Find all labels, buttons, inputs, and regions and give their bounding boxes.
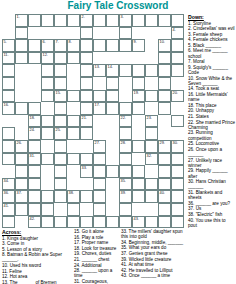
- blocked-cell: [2, 115, 15, 128]
- grid-cell[interactable]: 20.: [171, 90, 184, 103]
- grid-cell[interactable]: [54, 153, 67, 166]
- clue-item: 40. You use this to pout: [188, 218, 235, 228]
- grid-cell[interactable]: [132, 102, 145, 115]
- grid-cell[interactable]: [80, 216, 93, 229]
- cell-number: 15.: [56, 91, 61, 96]
- cell-number: 13.: [95, 65, 100, 70]
- grid-cell[interactable]: 35.: [119, 178, 132, 191]
- cell-number: 3.: [121, 15, 124, 20]
- cell-number: 35.: [121, 179, 126, 184]
- clue-item: 6. Meet me ______ school: [188, 48, 235, 58]
- grid-cell[interactable]: [41, 115, 54, 128]
- grid-cell[interactable]: [15, 27, 28, 40]
- grid-cell[interactable]: [41, 77, 54, 90]
- across-header: Across:: [2, 229, 72, 235]
- clue-item: 30. Hans Christian ______: [188, 179, 235, 189]
- grid-cell[interactable]: 24.: [28, 127, 41, 140]
- grid-cell[interactable]: 33.: [80, 165, 93, 178]
- grid-cell[interactable]: 26.: [15, 140, 28, 153]
- blocked-cell: [80, 178, 93, 191]
- grid-cell[interactable]: [106, 90, 119, 103]
- grid-cell[interactable]: 34.: [2, 178, 15, 191]
- clue-item: 34. Beginning, middle, ______: [121, 240, 185, 245]
- blocked-cell: [54, 27, 67, 40]
- grid-cell[interactable]: 6.: [41, 39, 54, 52]
- grid-cell[interactable]: [80, 90, 93, 103]
- blocked-cell: [2, 14, 15, 27]
- grid-cell[interactable]: [54, 102, 67, 115]
- grid-cell[interactable]: [119, 27, 132, 40]
- grid-cell[interactable]: [171, 64, 184, 77]
- cell-number: 26.: [17, 141, 22, 146]
- grid-cell[interactable]: [171, 216, 184, 229]
- grid-cell[interactable]: [67, 14, 80, 27]
- clue-item: 31. Courageous, fearless: [74, 279, 120, 284]
- blocked-cell: [28, 64, 41, 77]
- across-clues-column-1: Across: 1. Kings daughter3. Come in5. Le…: [2, 229, 72, 284]
- grid-cell[interactable]: [28, 14, 41, 27]
- grid-cell[interactable]: [41, 64, 54, 77]
- blocked-cell: [132, 27, 145, 40]
- blocked-cell: [145, 39, 158, 52]
- grid-cell[interactable]: 10.: [158, 39, 171, 52]
- blocked-cell: [119, 77, 132, 90]
- blocked-cell: [171, 102, 184, 115]
- blocked-cell: [119, 90, 132, 103]
- cell-number: 5.: [4, 40, 7, 45]
- grid-cell[interactable]: [171, 190, 184, 203]
- grid-cell[interactable]: [80, 127, 93, 140]
- grid-cell[interactable]: [171, 153, 184, 166]
- grid-cell[interactable]: 27.: [93, 140, 106, 153]
- blocked-cell: [2, 27, 15, 40]
- grid-cell[interactable]: [158, 165, 171, 178]
- grid-cell[interactable]: [80, 27, 93, 40]
- grid-cell[interactable]: 17.: [93, 102, 106, 115]
- cell-number: 22.: [121, 116, 126, 121]
- cell-number: 32.: [147, 154, 152, 159]
- grid-cell[interactable]: [67, 153, 80, 166]
- clue-item: 25. Locomotive: [188, 141, 235, 146]
- grid-cell[interactable]: 31.: [28, 153, 41, 166]
- blocked-cell: [28, 90, 41, 103]
- cell-number: 20.: [173, 91, 178, 96]
- grid-cell[interactable]: [80, 77, 93, 90]
- grid-cell[interactable]: 28.: [119, 140, 132, 153]
- grid-cell[interactable]: [28, 102, 41, 115]
- grid-cell[interactable]: [15, 39, 28, 52]
- grid-cell[interactable]: 32.: [145, 153, 158, 166]
- blocked-cell: [67, 77, 80, 90]
- clue-item: 18. This place: [188, 103, 235, 108]
- clue-item: 42. He travelled to Lilliput: [121, 268, 185, 273]
- clue-item: 18. Look for treasure: [74, 246, 120, 251]
- grid-cell[interactable]: [67, 203, 80, 216]
- grid-cell[interactable]: [93, 90, 106, 103]
- cell-number: 29.: [160, 141, 165, 146]
- blocked-cell: [106, 52, 119, 65]
- grid-cell[interactable]: [80, 190, 93, 203]
- blocked-cell: [132, 203, 145, 216]
- blocked-cell: [41, 27, 54, 40]
- blocked-cell: [106, 127, 119, 140]
- grid-cell[interactable]: [106, 216, 119, 229]
- blocked-cell: [171, 127, 184, 140]
- grid-cell[interactable]: [67, 216, 80, 229]
- grid-cell[interactable]: 9.: [132, 39, 145, 52]
- grid-cell[interactable]: 3.: [119, 14, 132, 27]
- blocked-cell: [93, 52, 106, 65]
- grid-cell[interactable]: 38.: [67, 190, 80, 203]
- grid-cell[interactable]: [67, 115, 80, 128]
- grid-cell[interactable]: [106, 165, 119, 178]
- cell-number: 38.: [69, 191, 74, 196]
- grid-cell[interactable]: [28, 39, 41, 52]
- clue-item: 41. At what time: [121, 262, 185, 267]
- grid-cell[interactable]: 12.: [41, 52, 54, 65]
- cell-number: 41.: [4, 204, 9, 209]
- grid-cell[interactable]: [119, 153, 132, 166]
- grid-cell[interactable]: [80, 39, 93, 52]
- grid-cell[interactable]: [171, 203, 184, 216]
- grid-cell[interactable]: [54, 77, 67, 90]
- grid-cell[interactable]: [158, 77, 171, 90]
- grid-cell[interactable]: [158, 102, 171, 115]
- clue-item: 13. The ______ of Bremen: [2, 280, 72, 284]
- grid-cell[interactable]: [67, 52, 80, 65]
- blocked-cell: [80, 203, 93, 216]
- grid-cell[interactable]: [2, 140, 15, 153]
- blocked-cell: [106, 27, 119, 40]
- grid-cell[interactable]: [28, 52, 41, 65]
- clue-item: 27. Unlikely race winner: [188, 158, 235, 168]
- blocked-cell: [28, 77, 41, 90]
- grid-cell[interactable]: [93, 165, 106, 178]
- clue-item: 11. Feline: [2, 269, 72, 274]
- clue-item: 43. Once ______ a time: [121, 273, 185, 278]
- clue-item: 17. Proper name: [74, 240, 120, 245]
- blocked-cell: [15, 90, 28, 103]
- grid-cell[interactable]: [54, 115, 67, 128]
- grid-cell[interactable]: [106, 14, 119, 27]
- grid-cell[interactable]: [54, 178, 67, 191]
- cell-number: 34.: [4, 179, 9, 184]
- across-clue-list-1: 1. Kings daughter3. Come in5. Lesson of …: [2, 236, 72, 284]
- across-clues-column-3: 33. The millers' daughter spun this into…: [121, 229, 185, 279]
- cell-number: 6.: [43, 40, 46, 45]
- grid-cell[interactable]: 37.: [15, 190, 28, 203]
- clue-item: 21. ______ chest: [74, 257, 120, 262]
- grid-cell[interactable]: [15, 153, 28, 166]
- grid-cell[interactable]: [41, 203, 54, 216]
- grid-cell[interactable]: [132, 77, 145, 90]
- grid-cell[interactable]: 42.: [28, 216, 41, 229]
- grid-cell[interactable]: [106, 39, 119, 52]
- cell-number: 7.: [56, 40, 59, 45]
- grid-cell[interactable]: [119, 39, 132, 52]
- grid-cell[interactable]: [28, 140, 41, 153]
- grid-cell[interactable]: [15, 52, 28, 65]
- grid-cell[interactable]: [80, 102, 93, 115]
- clue-item: 14. Took a seat: [188, 86, 235, 91]
- blocked-cell: [106, 153, 119, 166]
- blocked-cell: [2, 165, 15, 178]
- cell-number: 19.: [134, 91, 139, 96]
- grid-cell[interactable]: [171, 39, 184, 52]
- grid-cell[interactable]: [106, 77, 119, 90]
- grid-cell[interactable]: [28, 165, 41, 178]
- clue-item: 9. Squigly's ______ Code: [188, 65, 235, 75]
- grid-cell[interactable]: [41, 127, 54, 140]
- grid-cell[interactable]: [145, 190, 158, 203]
- grid-cell[interactable]: [158, 178, 171, 191]
- puzzle-title: Fairy Tale Crossword: [0, 0, 236, 11]
- grid-cell[interactable]: [54, 165, 67, 178]
- cell-number: 23.: [147, 116, 152, 121]
- grid-cell[interactable]: [41, 90, 54, 103]
- clue-item: 22. She married Prince Charming: [188, 120, 235, 130]
- clue-item: 20. Unhappy: [188, 108, 235, 113]
- grid-cell[interactable]: 30.: [171, 140, 184, 153]
- clue-item: 16. Little Mermaids' name: [188, 92, 235, 102]
- grid-cell[interactable]: [158, 90, 171, 103]
- blocked-cell: [132, 52, 145, 65]
- grid-cell[interactable]: [158, 64, 171, 77]
- grid-cell[interactable]: 8.: [67, 39, 80, 52]
- cell-number: 31.: [30, 154, 35, 159]
- blocked-cell: [106, 178, 119, 191]
- cell-number: 30.: [173, 141, 178, 146]
- grid-cell[interactable]: [145, 64, 158, 77]
- blocked-cell: [67, 165, 80, 178]
- clue-item: 37. Genies grant these: [121, 251, 185, 256]
- grid-cell[interactable]: [2, 90, 15, 103]
- blocked-cell: [80, 140, 93, 153]
- clue-item: 5. Lesson of a story: [2, 247, 72, 252]
- clue-item: 5. Black ______: [188, 43, 235, 48]
- grid-cell[interactable]: [41, 153, 54, 166]
- blocked-cell: [158, 27, 171, 40]
- grid-cell[interactable]: [119, 203, 132, 216]
- grid-cell[interactable]: [145, 178, 158, 191]
- down-clues-column: Down: 1. Storyline2. Cinderellas' was ev…: [188, 14, 235, 228]
- clue-item: 37. Us: [188, 206, 235, 211]
- blocked-cell: [106, 190, 119, 203]
- grid-cell[interactable]: [41, 190, 54, 203]
- grid-cell[interactable]: 18.: [28, 115, 41, 128]
- grid-cell[interactable]: [106, 102, 119, 115]
- grid-cell[interactable]: [132, 64, 145, 77]
- clue-item: 31. Blankets and sheets: [188, 190, 235, 200]
- blocked-cell: [41, 140, 54, 153]
- down-header: Down:: [188, 14, 235, 20]
- grid-cell[interactable]: [171, 115, 184, 128]
- grid-cell[interactable]: 2.: [80, 14, 93, 27]
- grid-cell[interactable]: 41.: [2, 203, 15, 216]
- grid-cell[interactable]: 25.: [54, 127, 67, 140]
- grid-cell[interactable]: [119, 64, 132, 77]
- blocked-cell: [145, 102, 158, 115]
- grid-cell[interactable]: 39.: [119, 190, 132, 203]
- grid-cell[interactable]: [132, 140, 145, 153]
- grid-cell[interactable]: [15, 102, 28, 115]
- grid-cell[interactable]: [132, 14, 145, 27]
- grid-cell[interactable]: [2, 153, 15, 166]
- blocked-cell: [15, 77, 28, 90]
- clue-item: 19. Chores, duties: [74, 251, 120, 256]
- blocked-cell: [145, 165, 158, 178]
- grid-cell[interactable]: 23.: [145, 115, 158, 128]
- grid-cell[interactable]: [93, 14, 106, 27]
- grid-cell[interactable]: [15, 203, 28, 216]
- cell-number: 36.: [4, 191, 9, 196]
- grid-cell[interactable]: [119, 216, 132, 229]
- grid-cell[interactable]: [2, 216, 15, 229]
- cell-number: 16.: [4, 103, 9, 108]
- blocked-cell: [145, 77, 158, 90]
- grid-cell[interactable]: [80, 52, 93, 65]
- cell-number: 9.: [134, 40, 137, 45]
- grid-cell[interactable]: [93, 203, 106, 216]
- blocked-cell: [171, 77, 184, 90]
- blocked-cell: [28, 27, 41, 40]
- blocked-cell: [93, 115, 106, 128]
- grid-cell[interactable]: [93, 39, 106, 52]
- clue-item: 15. Go it alone: [74, 229, 120, 234]
- blocked-cell: [15, 115, 28, 128]
- blocked-cell: [54, 203, 67, 216]
- grid-cell[interactable]: 11.: [2, 52, 15, 65]
- blocked-cell: [132, 127, 145, 140]
- blocked-cell: [67, 178, 80, 191]
- grid-cell[interactable]: [54, 14, 67, 27]
- clue-item: 33. The millers' daughter spun this into…: [121, 229, 185, 239]
- grid-cell[interactable]: 13.: [93, 64, 106, 77]
- grid-cell[interactable]: 22.: [119, 115, 132, 128]
- grid-cell[interactable]: [41, 216, 54, 229]
- grid-cell[interactable]: [2, 127, 15, 140]
- cell-number: 24.: [30, 128, 35, 133]
- cell-number: 2.: [82, 15, 85, 20]
- grid-cell[interactable]: [145, 90, 158, 103]
- clue-item: 12. Hot area: [2, 274, 72, 279]
- grid-cell[interactable]: [132, 178, 145, 191]
- crossword-grid: 1.2.3.4.5.6.7.8.9.10.11.12.13.14.15.19.2…: [2, 14, 184, 228]
- grid-cell[interactable]: 16.: [2, 102, 15, 115]
- blocked-cell: [158, 127, 171, 140]
- grid-cell[interactable]: 40.: [158, 190, 171, 203]
- grid-cell[interactable]: [41, 14, 54, 27]
- grid-cell[interactable]: 15.: [54, 90, 67, 103]
- grid-cell[interactable]: [54, 216, 67, 229]
- grid-cell[interactable]: [67, 90, 80, 103]
- blocked-cell: [15, 216, 28, 229]
- grid-cell[interactable]: [28, 190, 41, 203]
- grid-cell[interactable]: [119, 127, 132, 140]
- grid-cell[interactable]: 29.: [158, 140, 171, 153]
- grid-cell[interactable]: [145, 216, 158, 229]
- grid-cell[interactable]: [132, 190, 145, 203]
- grid-cell[interactable]: 43.: [132, 216, 145, 229]
- grid-cell[interactable]: [28, 203, 41, 216]
- grid-cell[interactable]: [93, 216, 106, 229]
- grid-cell[interactable]: [145, 140, 158, 153]
- cell-number: 33.: [82, 166, 87, 171]
- grid-cell[interactable]: 21.: [80, 115, 93, 128]
- grid-cell[interactable]: [145, 127, 158, 140]
- grid-cell[interactable]: 7.: [54, 39, 67, 52]
- grid-cell[interactable]: 14.: [106, 64, 119, 77]
- grid-cell[interactable]: [158, 153, 171, 166]
- grid-cell[interactable]: [93, 190, 106, 203]
- clue-item: 7. Moral: [188, 59, 235, 64]
- grid-cell[interactable]: 4.: [171, 27, 184, 40]
- grid-cell[interactable]: 5.: [2, 39, 15, 52]
- grid-cell[interactable]: [80, 153, 93, 166]
- clue-item: 10. Snow White & the Seven ______: [188, 76, 235, 86]
- grid-cell[interactable]: [28, 178, 41, 191]
- grid-cell[interactable]: [119, 165, 132, 178]
- grid-cell[interactable]: [145, 14, 158, 27]
- blocked-cell: [119, 52, 132, 65]
- clue-item: 23. Running competition: [188, 130, 235, 140]
- grid-cell[interactable]: [54, 52, 67, 65]
- grid-cell[interactable]: [132, 165, 145, 178]
- grid-cell[interactable]: [2, 77, 15, 90]
- grid-cell[interactable]: [171, 165, 184, 178]
- grid-cell[interactable]: [80, 64, 93, 77]
- grid-cell[interactable]: [171, 14, 184, 27]
- grid-cell[interactable]: [158, 203, 171, 216]
- clue-item: 39. Wicked little creature: [121, 257, 185, 262]
- grid-cell[interactable]: [15, 178, 28, 191]
- blocked-cell: [93, 27, 106, 40]
- grid-cell[interactable]: [54, 140, 67, 153]
- cell-number: 4.: [173, 28, 176, 33]
- grid-cell[interactable]: [54, 64, 67, 77]
- grid-cell[interactable]: [15, 165, 28, 178]
- clue-item: 2. Cinderellas' was evil: [188, 26, 235, 31]
- clue-item: 3. Come in: [2, 241, 72, 246]
- clue-item: 38. "Electric" fish: [188, 212, 235, 217]
- grid-cell[interactable]: [171, 52, 184, 65]
- cell-number: 11.: [4, 53, 9, 58]
- clue-item: 4. Female chickens: [188, 37, 235, 42]
- grid-cell[interactable]: [67, 127, 80, 140]
- grid-cell[interactable]: [158, 14, 171, 27]
- grid-cell[interactable]: [2, 64, 15, 77]
- clue-item: 1. Kings daughter: [2, 236, 72, 241]
- clue-item: 21. States: [188, 114, 235, 119]
- grid-cell[interactable]: [158, 52, 171, 65]
- clue-item: 10. Used his sword: [2, 263, 72, 268]
- clue-item: 29. Happily ______ after: [188, 168, 235, 178]
- grid-cell[interactable]: [119, 102, 132, 115]
- grid-cell[interactable]: [158, 216, 171, 229]
- cell-number: 21.: [82, 116, 87, 121]
- grid-cell[interactable]: [93, 178, 106, 191]
- grid-cell[interactable]: 1.: [15, 14, 28, 27]
- blocked-cell: [41, 165, 54, 178]
- grid-cell[interactable]: [93, 153, 106, 166]
- blocked-cell: [145, 27, 158, 40]
- grid-cell[interactable]: [54, 190, 67, 203]
- grid-cell[interactable]: [171, 178, 184, 191]
- cell-number: 14.: [108, 65, 113, 70]
- blocked-cell: [106, 115, 119, 128]
- grid-cell[interactable]: 36.: [2, 190, 15, 203]
- grid-cell[interactable]: 19.: [132, 90, 145, 103]
